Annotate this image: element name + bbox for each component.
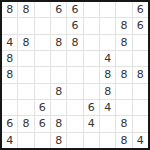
- cell-r1c5[interactable]: 6: [67, 2, 82, 17]
- cell-r6c4[interactable]: 8: [51, 84, 66, 99]
- cell-r8c4[interactable]: 8: [51, 116, 66, 131]
- cell-r2c2[interactable]: [18, 18, 33, 33]
- cell-r6c7[interactable]: 8: [100, 84, 115, 99]
- cell-r9c8[interactable]: 8: [116, 133, 131, 148]
- cell-r5c4[interactable]: [51, 67, 66, 82]
- cell-r5c2[interactable]: [18, 67, 33, 82]
- cell-r3c7[interactable]: [100, 35, 115, 50]
- cell-r4c6[interactable]: [84, 51, 99, 66]
- cell-r1c6[interactable]: [84, 2, 99, 17]
- sudoku-board: 8866668648888848888886646868484884: [0, 0, 150, 150]
- cell-r1c8[interactable]: [116, 2, 131, 17]
- cell-r8c3[interactable]: 6: [35, 116, 50, 131]
- cell-r1c1[interactable]: 8: [2, 2, 17, 17]
- cell-r8c5[interactable]: [67, 116, 82, 131]
- cell-r7c7[interactable]: 4: [100, 100, 115, 115]
- cell-r7c8[interactable]: [116, 100, 131, 115]
- cell-r9c4[interactable]: 8: [51, 133, 66, 148]
- cell-r9c5[interactable]: [67, 133, 82, 148]
- cell-r5c8[interactable]: 8: [116, 67, 131, 82]
- cell-r9c9[interactable]: 4: [133, 133, 148, 148]
- cell-r7c4[interactable]: [51, 100, 66, 115]
- cell-r4c3[interactable]: [35, 51, 50, 66]
- cell-r7c6[interactable]: 6: [84, 100, 99, 115]
- cell-r3c9[interactable]: [133, 35, 148, 50]
- cell-r4c7[interactable]: 4: [100, 51, 115, 66]
- cell-r5c7[interactable]: 8: [100, 67, 115, 82]
- cell-r8c2[interactable]: 8: [18, 116, 33, 131]
- cell-r4c2[interactable]: [18, 51, 33, 66]
- cell-r2c7[interactable]: [100, 18, 115, 33]
- cell-r3c2[interactable]: 8: [18, 35, 33, 50]
- cell-r2c4[interactable]: [51, 18, 66, 33]
- cell-r9c2[interactable]: [18, 133, 33, 148]
- cell-r1c7[interactable]: [100, 2, 115, 17]
- cell-r5c9[interactable]: 8: [133, 67, 148, 82]
- cell-r7c3[interactable]: 6: [35, 100, 50, 115]
- cell-r4c4[interactable]: [51, 51, 66, 66]
- cell-r3c3[interactable]: [35, 35, 50, 50]
- cell-r7c2[interactable]: [18, 100, 33, 115]
- cell-r3c1[interactable]: 4: [2, 35, 17, 50]
- cell-r4c9[interactable]: [133, 51, 148, 66]
- cell-r1c4[interactable]: 6: [51, 2, 66, 17]
- cell-r8c8[interactable]: 8: [116, 116, 131, 131]
- cell-r5c5[interactable]: [67, 67, 82, 82]
- cell-r9c3[interactable]: [35, 133, 50, 148]
- cell-r8c1[interactable]: 6: [2, 116, 17, 131]
- cell-r1c9[interactable]: 6: [133, 2, 148, 17]
- cell-r1c2[interactable]: 8: [18, 2, 33, 17]
- cell-r4c8[interactable]: [116, 51, 131, 66]
- cell-r4c5[interactable]: [67, 51, 82, 66]
- cell-r8c7[interactable]: [100, 116, 115, 131]
- cell-r6c8[interactable]: [116, 84, 131, 99]
- cell-r7c1[interactable]: [2, 100, 17, 115]
- cell-r3c8[interactable]: 8: [116, 35, 131, 50]
- cell-r3c6[interactable]: [84, 35, 99, 50]
- cell-r2c3[interactable]: [35, 18, 50, 33]
- cell-r9c7[interactable]: [100, 133, 115, 148]
- cell-r1c3[interactable]: [35, 2, 50, 17]
- cell-r5c6[interactable]: [84, 67, 99, 82]
- cell-r2c1[interactable]: [2, 18, 17, 33]
- cell-r2c9[interactable]: 6: [133, 18, 148, 33]
- cell-r2c8[interactable]: 8: [116, 18, 131, 33]
- cell-r6c5[interactable]: [67, 84, 82, 99]
- cell-r9c6[interactable]: [84, 133, 99, 148]
- cell-r7c5[interactable]: [67, 100, 82, 115]
- cell-r6c2[interactable]: [18, 84, 33, 99]
- cell-r8c9[interactable]: [133, 116, 148, 131]
- cell-r2c6[interactable]: [84, 18, 99, 33]
- cell-r9c1[interactable]: 4: [2, 133, 17, 148]
- cell-r5c1[interactable]: 8: [2, 67, 17, 82]
- cell-r6c6[interactable]: [84, 84, 99, 99]
- cell-r3c4[interactable]: 8: [51, 35, 66, 50]
- cell-r8c6[interactable]: 4: [84, 116, 99, 131]
- cell-r2c5[interactable]: 6: [67, 18, 82, 33]
- cell-r3c5[interactable]: 8: [67, 35, 82, 50]
- cell-r7c9[interactable]: [133, 100, 148, 115]
- cell-r6c3[interactable]: [35, 84, 50, 99]
- cell-r5c3[interactable]: [35, 67, 50, 82]
- cell-r4c1[interactable]: 8: [2, 51, 17, 66]
- cell-r6c1[interactable]: [2, 84, 17, 99]
- cell-r6c9[interactable]: [133, 84, 148, 99]
